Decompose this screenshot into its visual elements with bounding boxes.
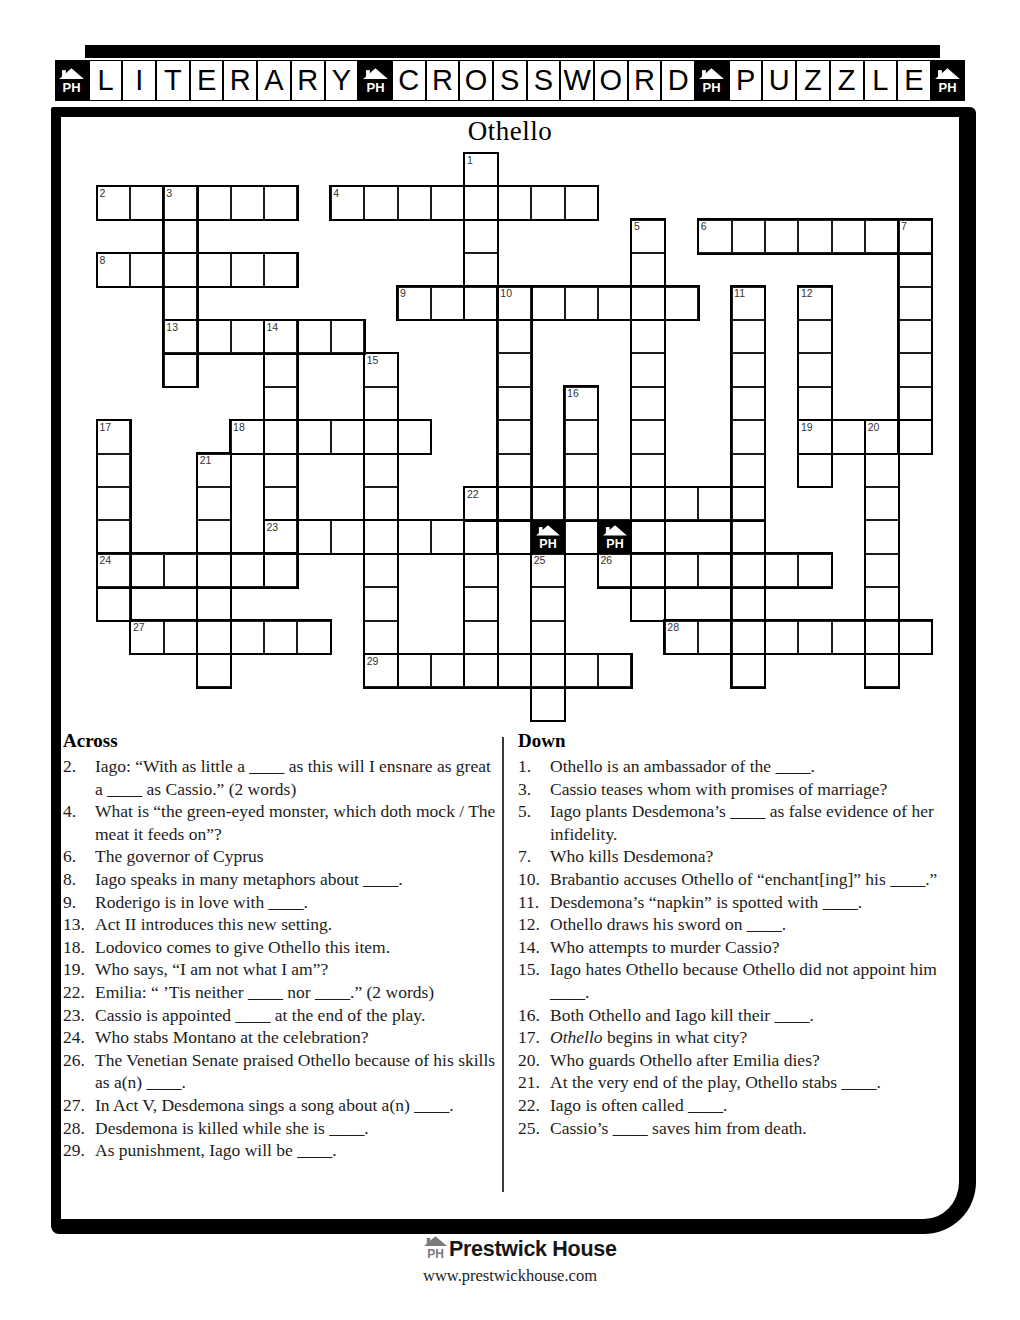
grid-cell[interactable]	[398, 654, 431, 687]
grid-cell[interactable]	[197, 186, 230, 219]
grid-cell[interactable]	[164, 554, 197, 587]
grid-cell[interactable]	[197, 654, 230, 687]
grid-cell[interactable]	[899, 420, 932, 453]
clue-number: 14.	[518, 936, 550, 959]
grid-cell[interactable]	[665, 554, 698, 587]
clue-item: 19.Who says, “I am not what I am”?	[63, 958, 500, 981]
grid-cell[interactable]	[798, 353, 831, 386]
clue-item: 22.Iago is often called ____.	[518, 1094, 954, 1117]
grid-cell[interactable]	[231, 621, 264, 654]
grid-cell[interactable]	[297, 420, 330, 453]
clue-number: 27.	[63, 1094, 95, 1117]
clue-number: 26.	[63, 1049, 95, 1094]
grid-cell[interactable]	[765, 220, 798, 253]
clue-number: 4.	[63, 800, 95, 845]
grid-cell[interactable]	[565, 420, 598, 453]
grid-cell[interactable]	[197, 621, 230, 654]
clue-item: 17.Othello begins in what city?	[518, 1026, 954, 1049]
grid-cell[interactable]	[631, 253, 664, 286]
grid-cell[interactable]	[598, 487, 631, 520]
grid-cell[interactable]	[798, 621, 831, 654]
grid-cell[interactable]	[398, 186, 431, 219]
banner-letter-tile: O	[594, 60, 628, 101]
prestwick-house-icon: PH	[58, 67, 85, 94]
banner-letter-tile: L	[89, 60, 123, 101]
cell-number: 12	[801, 288, 813, 299]
grid-cell[interactable]	[565, 287, 598, 320]
clue-item: 29.As punishment, Iago will be ____.	[63, 1139, 500, 1162]
grid-cell[interactable]	[498, 520, 531, 553]
grid-cell[interactable]	[231, 554, 264, 587]
grid-cell[interactable]	[732, 621, 765, 654]
grid-cell[interactable]	[865, 487, 898, 520]
prestwick-house-icon: PH	[362, 67, 389, 94]
grid-cell[interactable]	[631, 320, 664, 353]
clue-number: 23.	[63, 1004, 95, 1027]
grid-cell[interactable]	[164, 353, 197, 386]
grid-cell[interactable]	[899, 287, 932, 320]
clue-text: Desdemona is killed while she is ____.	[95, 1117, 500, 1140]
clue-text: Cassio’s ____ saves him from death.	[550, 1117, 954, 1140]
grid-cell[interactable]	[798, 387, 831, 420]
cell-number: 26	[601, 555, 613, 566]
grid-cell[interactable]	[732, 454, 765, 487]
grid-cell[interactable]	[264, 253, 297, 286]
logo-cell: PH	[531, 520, 564, 553]
grid-cell[interactable]	[264, 387, 297, 420]
grid-cell[interactable]	[264, 554, 297, 587]
grid-cell[interactable]	[665, 487, 698, 520]
grid-cell[interactable]	[631, 554, 664, 587]
grid-cell[interactable]	[197, 487, 230, 520]
crossword-grid: 1234567891011121314151617181920212223PHP…	[97, 153, 933, 722]
cell-number: 23	[267, 522, 279, 533]
clue-text: Emilia: “ ’Tis neither ____ nor ____.” (…	[95, 981, 500, 1004]
grid-cell[interactable]	[264, 454, 297, 487]
grid-cell[interactable]	[531, 487, 564, 520]
down-clue-list: 1.Othello is an ambassador of the ____.3…	[518, 755, 954, 1139]
grid-cell[interactable]	[631, 520, 664, 553]
clue-text: Who says, “I am not what I am”?	[95, 958, 500, 981]
grid-cell[interactable]	[498, 654, 531, 687]
cell-number: 24	[100, 555, 112, 566]
banner-letter-tile: R	[223, 60, 257, 101]
prestwick-house-icon: PH	[698, 67, 725, 94]
grid-cell[interactable]	[832, 220, 865, 253]
cell-number: 19	[801, 422, 813, 433]
clue-number: 11.	[518, 891, 550, 914]
grid-cell[interactable]	[665, 287, 698, 320]
grid-cell[interactable]	[765, 554, 798, 587]
grid-cell[interactable]	[565, 487, 598, 520]
cell-number: 29	[367, 656, 379, 667]
clue-number: 1.	[518, 755, 550, 778]
grid-cell[interactable]	[398, 420, 431, 453]
grid-cell[interactable]	[732, 353, 765, 386]
grid-cell[interactable]	[631, 454, 664, 487]
grid-cell[interactable]	[431, 186, 464, 219]
grid-cell[interactable]	[364, 520, 397, 553]
header-rule-bar	[85, 45, 940, 58]
banner-letter-tile: S	[527, 60, 561, 101]
grid-cell[interactable]	[264, 621, 297, 654]
grid-cell[interactable]	[331, 520, 364, 553]
clue-item: 20.Who guards Othello after Emilia dies?	[518, 1049, 954, 1072]
clue-number: 17.	[518, 1026, 550, 1049]
grid-cell[interactable]	[398, 520, 431, 553]
grid-cell[interactable]	[431, 654, 464, 687]
grid-cell[interactable]	[97, 587, 130, 620]
clue-number: 8.	[63, 868, 95, 891]
grid-cell[interactable]	[164, 287, 197, 320]
down-clues-column: Down 1.Othello is an ambassador of the _…	[518, 729, 954, 1139]
grid-cell[interactable]	[865, 554, 898, 587]
clue-text: The Venetian Senate praised Othello beca…	[95, 1049, 500, 1094]
grid-cell[interactable]	[231, 320, 264, 353]
grid-cell[interactable]	[431, 287, 464, 320]
clue-item: 8.Iago speaks in many metaphors about __…	[63, 868, 500, 891]
cell-number: 11	[734, 288, 745, 299]
clue-number: 2.	[63, 755, 95, 800]
grid-cell[interactable]	[865, 520, 898, 553]
grid-cell[interactable]	[732, 387, 765, 420]
clue-text: Roderigo is in love with ____.	[95, 891, 500, 914]
grid-cell[interactable]	[464, 520, 497, 553]
clue-number: 24.	[63, 1026, 95, 1049]
banner-logo-tile: PH	[55, 60, 89, 101]
clue-text: Who stabs Montano at the celebration?	[95, 1026, 500, 1049]
grid-cell[interactable]	[297, 621, 330, 654]
banner-logo-tile: PH	[931, 60, 965, 101]
puzzle-title: Othello	[0, 116, 1020, 147]
publisher-brand: Prestwick House	[449, 1237, 617, 1262]
grid-cell[interactable]	[498, 487, 531, 520]
grid-cell[interactable]	[732, 420, 765, 453]
grid-cell[interactable]	[197, 554, 230, 587]
grid-cell[interactable]	[732, 220, 765, 253]
banner-letter-tile: O	[459, 60, 493, 101]
clue-item: 7.Who kills Desdemona?	[518, 845, 954, 868]
clue-item: 2.Iago: “With as little a ____ as this w…	[63, 755, 500, 800]
banner-letter-tile: Y	[325, 60, 359, 101]
grid-cell[interactable]	[464, 554, 497, 587]
grid-cell[interactable]	[899, 320, 932, 353]
grid-cell[interactable]	[531, 687, 564, 720]
down-heading: Down	[518, 729, 954, 753]
grid-cell[interactable]	[231, 186, 264, 219]
grid-cell[interactable]	[464, 654, 497, 687]
clue-item: 14.Who attempts to murder Cassio?	[518, 936, 954, 959]
grid-cell[interactable]	[732, 520, 765, 553]
cell-number: 16	[567, 388, 579, 399]
cell-number: 8	[100, 255, 106, 266]
clue-text: What is “the green-eyed monster, which d…	[95, 800, 500, 845]
grid-cell[interactable]	[464, 587, 497, 620]
grid-cell[interactable]	[130, 554, 163, 587]
banner-letter-tile: E	[897, 60, 931, 101]
cell-number: 6	[701, 221, 707, 232]
grid-cell[interactable]	[130, 253, 163, 286]
grid-cell[interactable]	[631, 487, 664, 520]
grid-cell[interactable]	[732, 487, 765, 520]
grid-cell[interactable]	[498, 186, 531, 219]
banner-letter-tile: I	[122, 60, 156, 101]
grid-cell[interactable]	[698, 487, 731, 520]
clue-item: 18.Lodovico comes to give Othello this i…	[63, 936, 500, 959]
grid-cell[interactable]	[498, 454, 531, 487]
clue-number: 28.	[63, 1117, 95, 1140]
grid-cell[interactable]	[865, 621, 898, 654]
grid-cell[interactable]	[798, 454, 831, 487]
grid-cell[interactable]	[732, 654, 765, 687]
clue-text: Who kills Desdemona?	[550, 845, 954, 868]
clue-text: At the very end of the play, Othello sta…	[550, 1071, 954, 1094]
grid-cell[interactable]	[364, 621, 397, 654]
clue-number: 20.	[518, 1049, 550, 1072]
grid-cell[interactable]	[331, 320, 364, 353]
grid-cell[interactable]	[97, 454, 130, 487]
grid-cell[interactable]	[565, 186, 598, 219]
clue-number: 13.	[63, 913, 95, 936]
grid-cell[interactable]	[899, 621, 932, 654]
banner-letter-tile: D	[661, 60, 695, 101]
grid-cell[interactable]	[631, 587, 664, 620]
clue-text: Iago: “With as little a ____ as this wil…	[95, 755, 500, 800]
clue-text: The governor of Cyprus	[95, 845, 500, 868]
banner-logo-tile: PH	[358, 60, 392, 101]
grid-cell[interactable]	[832, 621, 865, 654]
grid-cell[interactable]	[798, 554, 831, 587]
clue-text: Cassio is appointed ____ at the end of t…	[95, 1004, 500, 1027]
grid-cell[interactable]	[531, 587, 564, 620]
clue-text: As punishment, Iago will be ____.	[95, 1139, 500, 1162]
grid-cell[interactable]	[164, 621, 197, 654]
grid-cell[interactable]	[297, 320, 330, 353]
clue-item: 4.What is “the green-eyed monster, which…	[63, 800, 500, 845]
clue-item: 24.Who stabs Montano at the celebration?	[63, 1026, 500, 1049]
grid-cell[interactable]	[765, 621, 798, 654]
cell-number: 21	[200, 455, 212, 466]
clue-number: 12.	[518, 913, 550, 936]
grid-cell[interactable]	[899, 353, 932, 386]
grid-cell[interactable]	[631, 353, 664, 386]
banner-letter-tile: P	[729, 60, 763, 101]
clue-item: 5.Iago plants Desdemona’s ____ as false …	[518, 800, 954, 845]
clue-number: 9.	[63, 891, 95, 914]
grid-cell[interactable]	[364, 487, 397, 520]
banner-letter-tile: U	[762, 60, 796, 101]
grid-cell[interactable]	[97, 487, 130, 520]
clue-column-divider	[502, 737, 504, 1192]
grid-cell[interactable]	[498, 420, 531, 453]
grid-cell[interactable]	[832, 420, 865, 453]
grid-cell[interactable]	[331, 420, 364, 453]
grid-cell[interactable]	[364, 186, 397, 219]
grid-cell[interactable]	[464, 621, 497, 654]
grid-cell[interactable]	[631, 387, 664, 420]
banner-letter-tile: R	[628, 60, 662, 101]
grid-cell[interactable]	[732, 554, 765, 587]
clue-number: 6.	[63, 845, 95, 868]
clue-number: 10.	[518, 868, 550, 891]
prestwick-house-icon: PH	[934, 67, 961, 94]
clue-text: Cassio teases whom with promises of marr…	[550, 778, 954, 801]
grid-cell[interactable]	[164, 253, 197, 286]
grid-cell[interactable]	[899, 253, 932, 286]
grid-cell[interactable]	[698, 554, 731, 587]
grid-cell[interactable]	[364, 454, 397, 487]
clue-item: 9.Roderigo is in love with ____.	[63, 891, 500, 914]
grid-cell[interactable]	[865, 587, 898, 620]
grid-cell[interactable]	[598, 654, 631, 687]
across-clue-list: 2.Iago: “With as little a ____ as this w…	[63, 755, 500, 1162]
grid-cell[interactable]	[631, 420, 664, 453]
grid-cell[interactable]	[197, 520, 230, 553]
cell-number: 27	[133, 622, 145, 633]
banner-letter-tile: W	[560, 60, 594, 101]
grid-cell[interactable]	[197, 587, 230, 620]
grid-cell[interactable]	[364, 587, 397, 620]
cell-number: 18	[233, 422, 245, 433]
prestwick-house-icon: PH	[535, 524, 561, 550]
clue-text: Iago plants Desdemona’s ____ as false ev…	[550, 800, 954, 845]
grid-cell[interactable]	[364, 387, 397, 420]
clue-item: 28.Desdemona is killed while she is ____…	[63, 1117, 500, 1140]
grid-cell[interactable]	[231, 253, 264, 286]
grid-cell[interactable]	[732, 587, 765, 620]
grid-cell[interactable]	[798, 220, 831, 253]
grid-cell[interactable]	[97, 520, 130, 553]
clue-item: 16.Both Othello and Iago kill their ____…	[518, 1004, 954, 1027]
grid-cell[interactable]	[164, 220, 197, 253]
prestwick-house-icon: PH	[602, 524, 628, 550]
clue-item: 15.Iago hates Othello because Othello di…	[518, 958, 954, 1003]
clue-text: Desdemona’s “napkin” is spotted with ___…	[550, 891, 954, 914]
cell-number: 10	[500, 288, 512, 299]
publisher-url: www.prestwickhouse.com	[0, 1266, 1020, 1286]
clue-item: 11.Desdemona’s “napkin” is spotted with …	[518, 891, 954, 914]
banner-letter-tile: A	[257, 60, 291, 101]
grid-cell[interactable]	[464, 287, 497, 320]
grid-cell[interactable]	[598, 287, 631, 320]
svg-text:PH: PH	[703, 80, 721, 94]
grid-cell[interactable]	[431, 520, 464, 553]
grid-cell[interactable]	[798, 320, 831, 353]
grid-cell[interactable]	[565, 520, 598, 553]
worksheet-page: PHLITERARYPHCROSSWORDPHPUZZLEPH Othello …	[0, 0, 1020, 1320]
grid-cell[interactable]	[531, 186, 564, 219]
banner-letter-tile: Z	[796, 60, 830, 101]
clue-text: Othello is an ambassador of the ____.	[550, 755, 954, 778]
clue-text: Iago hates Othello because Othello did n…	[550, 958, 954, 1003]
grid-cell[interactable]	[565, 454, 598, 487]
cell-number: 13	[166, 322, 178, 333]
grid-cell[interactable]	[531, 621, 564, 654]
banner-letter-tile: R	[291, 60, 325, 101]
grid-cell[interactable]	[732, 320, 765, 353]
clue-item: 10.Brabantio accuses Othello of “enchant…	[518, 868, 954, 891]
clue-number: 22.	[518, 1094, 550, 1117]
clue-item: 13.Act II introduces this new setting.	[63, 913, 500, 936]
grid-cell[interactable]	[531, 287, 564, 320]
grid-cell[interactable]	[865, 454, 898, 487]
grid-cell[interactable]	[464, 186, 497, 219]
grid-cell[interactable]	[130, 186, 163, 219]
clue-number: 29.	[63, 1139, 95, 1162]
banner-letter-tile: T	[156, 60, 190, 101]
cell-number: 14	[267, 322, 279, 333]
svg-text:PH: PH	[539, 537, 556, 550]
grid-cell[interactable]	[197, 253, 230, 286]
svg-text:PH: PH	[366, 80, 384, 94]
clue-item: 22.Emilia: “ ’Tis neither ____ nor ____.…	[63, 981, 500, 1004]
clue-text: Both Othello and Iago kill their ____.	[550, 1004, 954, 1027]
clue-item: 6.The governor of Cyprus	[63, 845, 500, 868]
grid-cell[interactable]	[464, 253, 497, 286]
cell-number: 4	[333, 188, 339, 199]
cell-number: 2	[100, 188, 106, 199]
clue-text: Who guards Othello after Emilia dies?	[550, 1049, 954, 1072]
grid-cell[interactable]	[364, 554, 397, 587]
grid-cell[interactable]	[631, 287, 664, 320]
grid-cell[interactable]	[264, 420, 297, 453]
clue-item: 21.At the very end of the play, Othello …	[518, 1071, 954, 1094]
grid-cell[interactable]	[498, 353, 531, 386]
cell-number: 22	[467, 489, 479, 500]
clue-text: Lodovico comes to give Othello this item…	[95, 936, 500, 959]
grid-cell[interactable]	[865, 654, 898, 687]
clue-number: 16.	[518, 1004, 550, 1027]
grid-cell[interactable]	[865, 220, 898, 253]
clue-item: 25.Cassio’s ____ saves him from death.	[518, 1117, 954, 1140]
grid-cell[interactable]	[899, 387, 932, 420]
grid-cell[interactable]	[264, 487, 297, 520]
clue-number: 18.	[63, 936, 95, 959]
grid-cell[interactable]	[264, 353, 297, 386]
banner-letter-tile: C	[392, 60, 426, 101]
banner-letter-tile: S	[493, 60, 527, 101]
grid-cell[interactable]	[531, 654, 564, 687]
across-clues-column: Across 2.Iago: “With as little a ____ as…	[63, 729, 500, 1162]
cell-number: 3	[166, 188, 172, 199]
grid-cell[interactable]	[464, 220, 497, 253]
grid-cell[interactable]	[297, 520, 330, 553]
grid-cell[interactable]	[498, 320, 531, 353]
clue-text: Brabantio accuses Othello of “enchant[in…	[550, 868, 954, 891]
clue-text: Iago speaks in many metaphors about ____…	[95, 868, 500, 891]
cell-number: 20	[868, 422, 880, 433]
grid-cell[interactable]	[565, 654, 598, 687]
grid-cell[interactable]	[364, 420, 397, 453]
cell-number: 17	[100, 422, 112, 433]
logo-cell: PH	[598, 520, 631, 553]
literary-crossword-puzzle-banner: PHLITERARYPHCROSSWORDPHPUZZLEPH	[55, 60, 965, 101]
grid-cell[interactable]	[197, 320, 230, 353]
clue-text: Othello draws his sword on ____.	[550, 913, 954, 936]
cell-number: 28	[667, 622, 679, 633]
clue-number: 21.	[518, 1071, 550, 1094]
grid-cell[interactable]	[264, 186, 297, 219]
grid-cell[interactable]	[698, 621, 731, 654]
cell-number: 7	[901, 221, 907, 232]
clue-text: Othello begins in what city?	[550, 1026, 954, 1049]
clue-number: 19.	[63, 958, 95, 981]
cell-number: 1	[467, 155, 473, 166]
grid-cell[interactable]	[498, 387, 531, 420]
clue-text: Who attempts to murder Cassio?	[550, 936, 954, 959]
banner-letter-tile: R	[426, 60, 460, 101]
clue-number: 3.	[518, 778, 550, 801]
